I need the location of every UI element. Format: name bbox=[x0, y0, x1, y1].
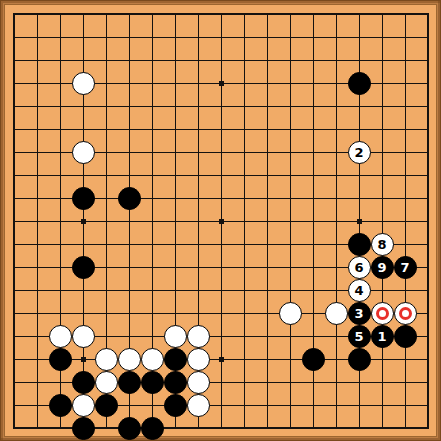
stone-black-numbered[interactable]: 5 bbox=[348, 325, 371, 348]
grid-line-vertical bbox=[244, 13, 245, 429]
stone-white[interactable] bbox=[279, 302, 302, 325]
grid-line-vertical bbox=[336, 13, 337, 429]
move-number-label: 7 bbox=[400, 261, 409, 274]
hoshi-point bbox=[219, 357, 224, 362]
stone-white[interactable] bbox=[187, 371, 210, 394]
stone-black[interactable] bbox=[348, 348, 371, 371]
stone-black[interactable] bbox=[118, 371, 141, 394]
stone-black[interactable] bbox=[164, 394, 187, 417]
stone-white[interactable] bbox=[49, 325, 72, 348]
stone-black[interactable] bbox=[141, 371, 164, 394]
move-number-label: 1 bbox=[377, 330, 386, 343]
stone-white[interactable] bbox=[187, 348, 210, 371]
stone-black[interactable] bbox=[141, 417, 164, 440]
stone-white[interactable] bbox=[72, 72, 95, 95]
circle-mark-icon bbox=[376, 307, 389, 320]
stone-white[interactable] bbox=[164, 325, 187, 348]
hoshi-point bbox=[357, 219, 362, 224]
stone-black-numbered[interactable]: 7 bbox=[394, 256, 417, 279]
stone-white[interactable] bbox=[72, 394, 95, 417]
grid-line-vertical bbox=[405, 13, 406, 429]
stone-black[interactable] bbox=[72, 417, 95, 440]
stone-white-numbered[interactable]: 8 bbox=[371, 233, 394, 256]
hoshi-point bbox=[81, 357, 86, 362]
stone-black[interactable] bbox=[164, 348, 187, 371]
stone-white-numbered[interactable]: 2 bbox=[348, 141, 371, 164]
stone-white[interactable] bbox=[95, 371, 118, 394]
stone-black-numbered[interactable]: 9 bbox=[371, 256, 394, 279]
stone-black[interactable] bbox=[72, 187, 95, 210]
stone-white[interactable] bbox=[95, 348, 118, 371]
move-number-label: 2 bbox=[354, 146, 363, 159]
stone-white-marked[interactable] bbox=[394, 302, 417, 325]
stone-black[interactable] bbox=[118, 187, 141, 210]
grid-line-vertical bbox=[267, 13, 268, 429]
grid-line-vertical bbox=[382, 13, 383, 429]
move-number-label: 6 bbox=[354, 261, 363, 274]
stone-black[interactable] bbox=[72, 371, 95, 394]
stone-white[interactable] bbox=[187, 325, 210, 348]
stone-black[interactable] bbox=[348, 233, 371, 256]
move-number-label: 4 bbox=[354, 284, 363, 297]
stone-white[interactable] bbox=[141, 348, 164, 371]
goban[interactable]: 286974351 bbox=[0, 0, 441, 441]
stone-black-numbered[interactable]: 1 bbox=[371, 325, 394, 348]
move-number-label: 3 bbox=[354, 307, 363, 320]
stone-black[interactable] bbox=[394, 325, 417, 348]
hoshi-point bbox=[219, 219, 224, 224]
move-number-label: 9 bbox=[377, 261, 386, 274]
stone-white-numbered[interactable]: 6 bbox=[348, 256, 371, 279]
stone-white[interactable] bbox=[72, 325, 95, 348]
stone-black[interactable] bbox=[118, 417, 141, 440]
stone-white[interactable] bbox=[72, 141, 95, 164]
stone-white[interactable] bbox=[187, 394, 210, 417]
stone-black[interactable] bbox=[72, 256, 95, 279]
move-number-label: 5 bbox=[354, 330, 363, 343]
hoshi-point bbox=[219, 81, 224, 86]
stone-black[interactable] bbox=[49, 348, 72, 371]
stone-black[interactable] bbox=[49, 394, 72, 417]
circle-mark-icon bbox=[399, 307, 412, 320]
move-number-label: 8 bbox=[377, 238, 386, 251]
grid-line-vertical bbox=[427, 13, 429, 429]
stone-white[interactable] bbox=[325, 302, 348, 325]
stone-white-numbered[interactable]: 4 bbox=[348, 279, 371, 302]
stone-white-marked[interactable] bbox=[371, 302, 394, 325]
stone-black-numbered[interactable]: 3 bbox=[348, 302, 371, 325]
stone-black[interactable] bbox=[164, 371, 187, 394]
goban-surface: 286974351 bbox=[5, 5, 436, 436]
stone-black[interactable] bbox=[95, 394, 118, 417]
stone-white[interactable] bbox=[118, 348, 141, 371]
stone-black[interactable] bbox=[302, 348, 325, 371]
hoshi-point bbox=[81, 219, 86, 224]
grid-line-vertical bbox=[290, 13, 291, 429]
stone-black[interactable] bbox=[348, 72, 371, 95]
goban-frame: 286974351 bbox=[0, 0, 441, 441]
